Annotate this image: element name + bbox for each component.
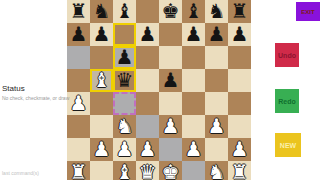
square-e5[interactable]: ♟ [159, 69, 182, 92]
piece-black-knight: ♞ [205, 0, 228, 23]
piece-black-rook: ♜ [67, 0, 90, 23]
status-message: No check, checkmate, or draw [2, 95, 69, 101]
square-d5[interactable] [136, 69, 159, 92]
square-b1[interactable] [90, 161, 113, 180]
piece-black-pawn: ♟ [228, 23, 251, 46]
square-a5[interactable] [67, 69, 90, 92]
redo-button[interactable]: Redo [275, 89, 299, 113]
piece-white-knight: ♞ [205, 161, 228, 180]
square-c8[interactable]: ♝ [113, 0, 136, 23]
square-a2[interactable] [67, 138, 90, 161]
piece-white-pawn: ♟ [113, 138, 136, 161]
square-f6[interactable] [182, 46, 205, 69]
square-g8[interactable]: ♞ [205, 0, 228, 23]
piece-white-pawn: ♟ [136, 138, 159, 161]
square-d7[interactable]: ♟ [136, 23, 159, 46]
piece-white-king: ♚ [159, 161, 182, 180]
piece-white-knight: ♞ [113, 115, 136, 138]
piece-black-pawn: ♟ [67, 23, 90, 46]
piece-black-knight: ♞ [90, 0, 113, 23]
piece-white-rook: ♜ [67, 161, 90, 180]
square-f8[interactable]: ♝ [182, 0, 205, 23]
new-game-button[interactable]: NEW [275, 133, 301, 157]
square-a8[interactable]: ♜ [67, 0, 90, 23]
square-e6[interactable] [159, 46, 182, 69]
square-g4[interactable] [205, 92, 228, 115]
square-a1[interactable]: ♜ [67, 161, 90, 180]
square-d6[interactable] [136, 46, 159, 69]
command-log-text: last command(s) [2, 170, 39, 176]
square-d3[interactable] [136, 115, 159, 138]
square-g7[interactable]: ♟ [205, 23, 228, 46]
square-g6[interactable] [205, 46, 228, 69]
square-f2[interactable]: ♟ [182, 138, 205, 161]
square-d2[interactable]: ♟ [136, 138, 159, 161]
square-h7[interactable]: ♟ [228, 23, 251, 46]
piece-black-bishop: ♝ [182, 0, 205, 23]
square-c3[interactable]: ♞ [113, 115, 136, 138]
square-b4[interactable] [90, 92, 113, 115]
square-h3[interactable] [228, 115, 251, 138]
chess-board: ♜♞♝♚♝♞♜♟♟♟♟♟♟♟♝♛♟♟♞♟♟♟♟♟♟♟♜♝♛♚♞♜ [67, 0, 251, 180]
square-c2[interactable]: ♟ [113, 138, 136, 161]
piece-black-king: ♚ [159, 0, 182, 23]
square-c5[interactable]: ♛ [113, 69, 136, 92]
chess-app-window: ♜♞♝♚♝♞♜♟♟♟♟♟♟♟♝♛♟♟♞♟♟♟♟♟♟♟♜♝♛♚♞♜ Status … [0, 0, 320, 180]
square-e8[interactable]: ♚ [159, 0, 182, 23]
square-h6[interactable] [228, 46, 251, 69]
square-a6[interactable] [67, 46, 90, 69]
piece-white-queen: ♛ [136, 161, 159, 180]
square-b8[interactable]: ♞ [90, 0, 113, 23]
square-c6[interactable]: ♟ [113, 46, 136, 69]
square-f4[interactable] [182, 92, 205, 115]
square-g3[interactable]: ♟ [205, 115, 228, 138]
square-f1[interactable] [182, 161, 205, 180]
piece-black-queen: ♛ [113, 69, 136, 92]
piece-white-pawn: ♟ [90, 138, 113, 161]
piece-white-pawn: ♟ [67, 92, 90, 115]
square-h8[interactable]: ♜ [228, 0, 251, 23]
piece-black-rook: ♜ [228, 0, 251, 23]
piece-black-pawn: ♟ [205, 23, 228, 46]
square-d8[interactable] [136, 0, 159, 23]
piece-black-pawn: ♟ [113, 46, 136, 69]
square-e2[interactable] [159, 138, 182, 161]
square-a3[interactable] [67, 115, 90, 138]
square-g1[interactable]: ♞ [205, 161, 228, 180]
square-f3[interactable] [182, 115, 205, 138]
piece-black-pawn: ♟ [90, 23, 113, 46]
piece-black-pawn: ♟ [182, 23, 205, 46]
square-c7[interactable] [113, 23, 136, 46]
square-b6[interactable] [90, 46, 113, 69]
square-b3[interactable] [90, 115, 113, 138]
square-h2[interactable]: ♟ [228, 138, 251, 161]
square-d4[interactable] [136, 92, 159, 115]
piece-white-pawn: ♟ [228, 138, 251, 161]
square-e3[interactable]: ♟ [159, 115, 182, 138]
square-g2[interactable] [205, 138, 228, 161]
square-b7[interactable]: ♟ [90, 23, 113, 46]
piece-white-pawn: ♟ [182, 138, 205, 161]
square-h5[interactable] [228, 69, 251, 92]
piece-black-pawn: ♟ [159, 69, 182, 92]
undo-button[interactable]: Undo [275, 43, 299, 67]
square-f5[interactable] [182, 69, 205, 92]
exit-button[interactable]: EXIT [296, 2, 320, 21]
square-c1[interactable]: ♝ [113, 161, 136, 180]
square-a4[interactable]: ♟ [67, 92, 90, 115]
square-d1[interactable]: ♛ [136, 161, 159, 180]
square-b5[interactable]: ♝ [90, 69, 113, 92]
square-e1[interactable]: ♚ [159, 161, 182, 180]
square-c4[interactable] [113, 92, 136, 115]
square-h1[interactable]: ♜ [228, 161, 251, 180]
piece-white-rook: ♜ [228, 161, 251, 180]
square-b2[interactable]: ♟ [90, 138, 113, 161]
square-g5[interactable] [205, 69, 228, 92]
piece-black-pawn: ♟ [136, 23, 159, 46]
square-a7[interactable]: ♟ [67, 23, 90, 46]
piece-white-pawn: ♟ [159, 115, 182, 138]
piece-black-bishop: ♝ [113, 0, 136, 23]
square-h4[interactable] [228, 92, 251, 115]
status-heading: Status [2, 84, 25, 93]
piece-white-bishop: ♝ [90, 69, 113, 92]
square-e4[interactable] [159, 92, 182, 115]
piece-white-pawn: ♟ [205, 115, 228, 138]
square-f7[interactable]: ♟ [182, 23, 205, 46]
piece-white-bishop: ♝ [113, 161, 136, 180]
square-e7[interactable] [159, 23, 182, 46]
